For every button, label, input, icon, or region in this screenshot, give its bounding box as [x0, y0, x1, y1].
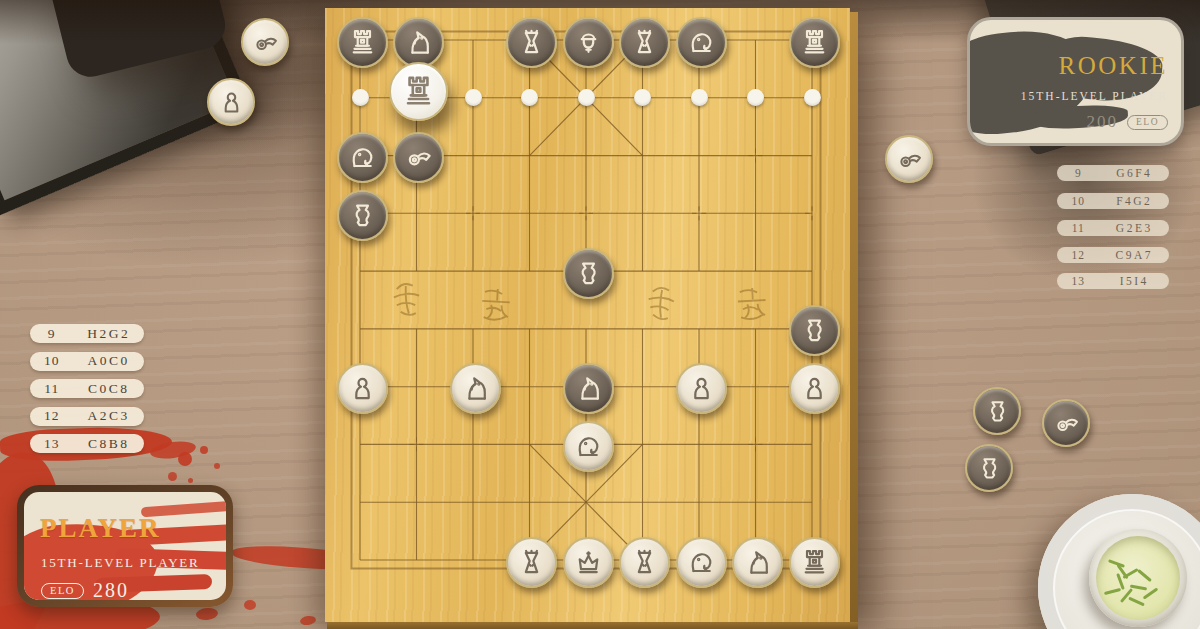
advisor-icon [629, 547, 660, 578]
move-history-row-10: 10F4G2 [1057, 193, 1169, 209]
move-number: 12 [1057, 249, 1100, 261]
advisor-icon [516, 547, 547, 578]
cannon-icon [403, 142, 434, 173]
piece-white-rook-i9[interactable] [789, 537, 840, 588]
elephant-icon [573, 431, 604, 462]
pawn-icon [983, 397, 1012, 426]
piece-black-pawn-i5[interactable] [789, 305, 840, 356]
knight-icon [573, 373, 604, 404]
piece-black-pawn-a3[interactable] [337, 190, 388, 241]
move-hint-dot-a1[interactable] [352, 89, 369, 106]
pawn-icon [686, 373, 717, 404]
move-number: 9 [30, 326, 73, 342]
piece-black-cannon-b2[interactable] [393, 132, 444, 183]
captured-white-cannon [241, 18, 289, 66]
rook-icon [400, 73, 437, 110]
move-hint-dot-h1[interactable] [747, 89, 764, 106]
move-hint-dot-f1[interactable] [634, 89, 651, 106]
piece-black-knight-b0[interactable] [393, 17, 444, 68]
move-history-row-11: 11C0C8 [30, 379, 144, 398]
move-hint-dot-g1[interactable] [691, 89, 708, 106]
knight-icon [403, 27, 434, 58]
piece-white-pawn-a6[interactable] [337, 363, 388, 414]
pawn-icon [573, 258, 604, 289]
move-hint-dot-d1[interactable] [521, 89, 538, 106]
piece-black-knight-e6[interactable] [563, 363, 614, 414]
move-number: 9 [1057, 167, 1100, 179]
piece-black-rook-i0[interactable] [789, 17, 840, 68]
rook-icon [799, 27, 830, 58]
piece-white-knight-h9[interactable] [732, 537, 783, 588]
cannon-icon [1052, 409, 1081, 438]
move-history-row-9: 9G6F4 [1057, 165, 1169, 181]
move-history-row-13: 13I5I4 [1057, 273, 1169, 289]
player-elo-value: 280 [93, 579, 129, 600]
piece-black-rook-a0[interactable] [337, 17, 388, 68]
elephant-icon [347, 142, 378, 173]
move-text: I5I4 [1100, 275, 1169, 287]
move-text: A0C0 [73, 353, 144, 369]
move-number: 13 [1057, 275, 1100, 287]
piece-black-elephant-a2[interactable] [337, 132, 388, 183]
move-hint-dot-c1[interactable] [465, 89, 482, 106]
pawn-icon [799, 373, 830, 404]
elo-badge: ELO [1127, 115, 1168, 130]
opponent-elo: 200 ELO [1087, 112, 1168, 132]
move-text: C9A7 [1100, 249, 1169, 261]
move-text: C0C8 [73, 381, 144, 397]
move-text: H2G2 [73, 326, 144, 342]
move-number: 11 [1057, 222, 1100, 234]
player-name: PLAYER [40, 513, 161, 544]
move-history-row-11: 11G2E3 [1057, 220, 1169, 236]
knight-icon [742, 547, 773, 578]
elephant-icon [686, 27, 717, 58]
cannon-icon [895, 145, 924, 174]
rook-icon [799, 547, 830, 578]
captured-black-pawn [973, 387, 1021, 435]
move-history-row-12: 12C9A7 [1057, 247, 1169, 263]
move-number: 10 [1057, 195, 1100, 207]
piece-white-pawn-i6[interactable] [789, 363, 840, 414]
move-hint-dot-i1[interactable] [804, 89, 821, 106]
piece-black-advisor-f0[interactable] [619, 17, 670, 68]
move-text: G6F4 [1100, 167, 1169, 179]
player-nameplate: PLAYER 15TH-LEVEL PLAYER ELO 280 [17, 485, 233, 607]
pawn-icon [347, 373, 378, 404]
elo-badge: ELO [41, 583, 84, 599]
move-text: C8B8 [73, 436, 144, 452]
captured-white-cannon [885, 135, 933, 183]
captured-white-pawn [207, 78, 255, 126]
advisor-icon [629, 27, 660, 58]
move-text: G2E3 [1100, 222, 1169, 234]
piece-white-elephant-g9[interactable] [676, 537, 727, 588]
pawn-icon [347, 200, 378, 231]
captured-black-cannon [1042, 399, 1090, 447]
piece-black-elephant-g0[interactable] [676, 17, 727, 68]
piece-white-knight-c6[interactable] [450, 363, 501, 414]
piece-black-king-e0[interactable] [563, 17, 614, 68]
piece-black-pawn-e4[interactable] [563, 248, 614, 299]
elephant-icon [686, 547, 717, 578]
move-number: 10 [30, 353, 73, 369]
opponent-nameplate: ROOKIE 15TH-LEVEL PLAYER 200 ELO [967, 17, 1184, 146]
player-nameplate-inner: PLAYER 15TH-LEVEL PLAYER ELO 280 [24, 492, 226, 600]
opponent-name: ROOKIE [1059, 52, 1168, 80]
piece-white-elephant-e7[interactable] [563, 421, 614, 472]
move-hint-dot-e1[interactable] [578, 89, 595, 106]
table-surface: 9H2G210A0C011C0C812A2C313C8B8 9G6F410F4G… [0, 0, 1200, 629]
move-text: F4G2 [1100, 195, 1169, 207]
piece-white-rook-b1[interactable] [389, 62, 448, 121]
pawn-icon [975, 454, 1004, 483]
opponent-level: 15TH-LEVEL PLAYER [1021, 90, 1168, 102]
piece-white-pawn-g6[interactable] [676, 363, 727, 414]
pawn-icon [799, 315, 830, 346]
piece-white-advisor-f9[interactable] [619, 537, 670, 588]
move-history-row-9: 9H2G2 [30, 324, 144, 343]
player-level: 15TH-LEVEL PLAYER [41, 555, 200, 571]
move-number: 12 [30, 408, 73, 424]
rook-icon [347, 27, 378, 58]
king-icon [573, 547, 604, 578]
opponent-elo-value: 200 [1087, 112, 1119, 132]
player-elo: ELO 280 [41, 579, 129, 600]
piece-black-advisor-d0[interactable] [506, 17, 557, 68]
move-history-row-12: 12A2C3 [30, 407, 144, 426]
move-history-row-10: 10A0C0 [30, 352, 144, 371]
move-number: 13 [30, 436, 73, 452]
knight-icon [460, 373, 491, 404]
move-text: A2C3 [73, 408, 144, 424]
king-icon [573, 27, 604, 58]
advisor-icon [516, 27, 547, 58]
piece-white-advisor-d9[interactable] [506, 537, 557, 588]
move-number: 11 [30, 381, 73, 397]
captured-black-pawn [965, 444, 1013, 492]
cannon-icon [251, 28, 280, 57]
move-history-row-13: 13C8B8 [30, 434, 144, 453]
pawn-icon [217, 88, 246, 117]
piece-white-king-e9[interactable] [563, 537, 614, 588]
